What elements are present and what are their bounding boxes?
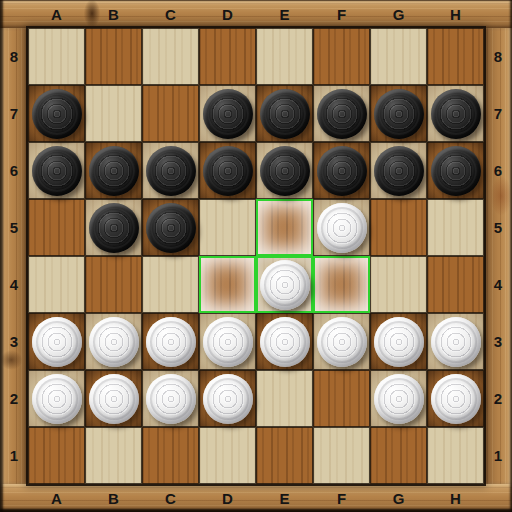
white-piece-F5[interactable]	[317, 203, 367, 253]
square-H1[interactable]	[427, 427, 484, 484]
rank-label-3: 3	[0, 313, 28, 370]
square-G6[interactable]	[370, 142, 427, 199]
white-piece-H2[interactable]	[431, 374, 481, 424]
square-C6[interactable]	[142, 142, 199, 199]
square-A1[interactable]	[28, 427, 85, 484]
square-E2[interactable]	[256, 370, 313, 427]
rank-label-6: 6	[484, 142, 512, 199]
square-F4[interactable]	[313, 256, 370, 313]
square-E6[interactable]	[256, 142, 313, 199]
square-B4[interactable]	[85, 256, 142, 313]
file-label-B: B	[85, 484, 142, 512]
black-piece-B5[interactable]	[89, 203, 139, 253]
file-label-G: G	[370, 0, 427, 28]
white-piece-F3[interactable]	[317, 317, 367, 367]
black-piece-G6[interactable]	[374, 146, 424, 196]
square-G7[interactable]	[370, 85, 427, 142]
square-F8[interactable]	[313, 28, 370, 85]
square-C8[interactable]	[142, 28, 199, 85]
square-B3[interactable]	[85, 313, 142, 370]
black-piece-C6[interactable]	[146, 146, 196, 196]
square-B5[interactable]	[85, 199, 142, 256]
white-piece-H3[interactable]	[431, 317, 481, 367]
square-H2[interactable]	[427, 370, 484, 427]
rank-label-1: 1	[0, 427, 28, 484]
file-label-D: D	[199, 0, 256, 28]
frame-left-rank-labels: 87654321	[0, 28, 28, 484]
square-D3[interactable]	[199, 313, 256, 370]
board	[28, 28, 484, 484]
square-G8[interactable]	[370, 28, 427, 85]
black-piece-A6[interactable]	[32, 146, 82, 196]
square-B2[interactable]	[85, 370, 142, 427]
file-label-H: H	[427, 484, 484, 512]
square-F5[interactable]	[313, 199, 370, 256]
square-B1[interactable]	[85, 427, 142, 484]
square-F3[interactable]	[313, 313, 370, 370]
white-piece-C2[interactable]	[146, 374, 196, 424]
square-E7[interactable]	[256, 85, 313, 142]
square-A6[interactable]	[28, 142, 85, 199]
white-piece-G2[interactable]	[374, 374, 424, 424]
square-D4[interactable]	[199, 256, 256, 313]
square-E5[interactable]	[256, 199, 313, 256]
file-label-F: F	[313, 484, 370, 512]
file-label-A: A	[28, 0, 85, 28]
square-C4[interactable]	[142, 256, 199, 313]
square-H7[interactable]	[427, 85, 484, 142]
square-G5[interactable]	[370, 199, 427, 256]
square-F7[interactable]	[313, 85, 370, 142]
black-piece-H6[interactable]	[431, 146, 481, 196]
rank-label-7: 7	[0, 85, 28, 142]
black-piece-F7[interactable]	[317, 89, 367, 139]
rank-label-8: 8	[484, 28, 512, 85]
square-A2[interactable]	[28, 370, 85, 427]
rank-label-2: 2	[0, 370, 28, 427]
square-A4[interactable]	[28, 256, 85, 313]
black-piece-G7[interactable]	[374, 89, 424, 139]
square-G2[interactable]	[370, 370, 427, 427]
square-B8[interactable]	[85, 28, 142, 85]
frame-bottom-file-labels: ABCDEFGH	[0, 484, 512, 512]
square-E8[interactable]	[256, 28, 313, 85]
black-piece-A7[interactable]	[32, 89, 82, 139]
white-piece-A3[interactable]	[32, 317, 82, 367]
rank-label-1: 1	[484, 427, 512, 484]
frame-top-file-labels: ABCDEFGH	[0, 0, 512, 28]
square-D7[interactable]	[199, 85, 256, 142]
white-piece-C3[interactable]	[146, 317, 196, 367]
frame-right-rank-labels: 87654321	[484, 28, 512, 484]
file-label-D: D	[199, 484, 256, 512]
black-piece-E7[interactable]	[260, 89, 310, 139]
white-piece-A2[interactable]	[32, 374, 82, 424]
square-D2[interactable]	[199, 370, 256, 427]
rank-label-4: 4	[0, 256, 28, 313]
square-B7[interactable]	[85, 85, 142, 142]
square-A8[interactable]	[28, 28, 85, 85]
file-label-C: C	[142, 0, 199, 28]
file-label-G: G	[370, 484, 427, 512]
rank-label-5: 5	[484, 199, 512, 256]
square-H8[interactable]	[427, 28, 484, 85]
black-piece-C5[interactable]	[146, 203, 196, 253]
square-H4[interactable]	[427, 256, 484, 313]
rank-label-8: 8	[0, 28, 28, 85]
file-label-E: E	[256, 0, 313, 28]
square-C7[interactable]	[142, 85, 199, 142]
square-C2[interactable]	[142, 370, 199, 427]
square-D6[interactable]	[199, 142, 256, 199]
white-piece-B3[interactable]	[89, 317, 139, 367]
black-piece-D6[interactable]	[203, 146, 253, 196]
black-piece-B6[interactable]	[89, 146, 139, 196]
rank-label-7: 7	[484, 85, 512, 142]
square-E3[interactable]	[256, 313, 313, 370]
square-F2[interactable]	[313, 370, 370, 427]
square-A5[interactable]	[28, 199, 85, 256]
white-piece-D2[interactable]	[203, 374, 253, 424]
rank-label-4: 4	[484, 256, 512, 313]
rank-label-3: 3	[484, 313, 512, 370]
black-piece-D7[interactable]	[203, 89, 253, 139]
file-label-E: E	[256, 484, 313, 512]
rank-label-5: 5	[0, 199, 28, 256]
square-B6[interactable]	[85, 142, 142, 199]
square-C1[interactable]	[142, 427, 199, 484]
file-label-B: B	[85, 0, 142, 28]
white-piece-G3[interactable]	[374, 317, 424, 367]
square-D5[interactable]	[199, 199, 256, 256]
black-piece-E6[interactable]	[260, 146, 310, 196]
rank-label-6: 6	[0, 142, 28, 199]
square-H3[interactable]	[427, 313, 484, 370]
black-piece-H7[interactable]	[431, 89, 481, 139]
white-piece-E4[interactable]	[260, 260, 310, 310]
square-C3[interactable]	[142, 313, 199, 370]
square-G1[interactable]	[370, 427, 427, 484]
square-F1[interactable]	[313, 427, 370, 484]
square-E1[interactable]	[256, 427, 313, 484]
file-label-H: H	[427, 0, 484, 28]
square-H5[interactable]	[427, 199, 484, 256]
white-piece-E3[interactable]	[260, 317, 310, 367]
file-label-A: A	[28, 484, 85, 512]
black-piece-F6[interactable]	[317, 146, 367, 196]
square-C5[interactable]	[142, 199, 199, 256]
square-F6[interactable]	[313, 142, 370, 199]
square-D8[interactable]	[199, 28, 256, 85]
file-label-C: C	[142, 484, 199, 512]
rank-label-2: 2	[484, 370, 512, 427]
square-E4[interactable]	[256, 256, 313, 313]
square-H6[interactable]	[427, 142, 484, 199]
square-G4[interactable]	[370, 256, 427, 313]
white-piece-D3[interactable]	[203, 317, 253, 367]
square-A3[interactable]	[28, 313, 85, 370]
checkers-app: ABCDEFGH ABCDEFGH 87654321 87654321	[0, 0, 512, 512]
square-G3[interactable]	[370, 313, 427, 370]
square-A7[interactable]	[28, 85, 85, 142]
file-label-F: F	[313, 0, 370, 28]
square-D1[interactable]	[199, 427, 256, 484]
white-piece-B2[interactable]	[89, 374, 139, 424]
